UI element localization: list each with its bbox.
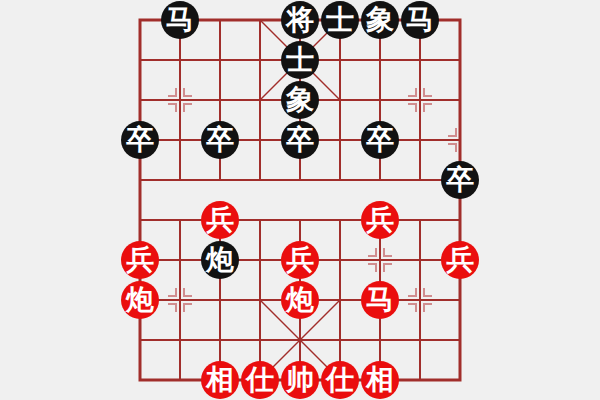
piece-black-soldier[interactable]: 卒 — [201, 121, 239, 159]
piece-black-soldier[interactable]: 卒 — [121, 121, 159, 159]
piece-black-elephant[interactable]: 象 — [361, 1, 399, 39]
piece-red-soldier[interactable]: 兵 — [201, 201, 239, 239]
piece-black-horse[interactable]: 马 — [161, 1, 199, 39]
piece-black-general[interactable]: 将 — [281, 1, 319, 39]
piece-red-elephant[interactable]: 相 — [201, 361, 239, 399]
piece-red-soldier[interactable]: 兵 — [441, 241, 479, 279]
piece-black-advisor[interactable]: 士 — [281, 41, 319, 79]
piece-red-soldier[interactable]: 兵 — [121, 241, 159, 279]
piece-black-cannon[interactable]: 炮 — [201, 241, 239, 279]
xiangqi-board: 马将士象马士象卒卒卒卒卒炮兵兵兵兵兵炮炮马相仕帅仕相 — [0, 0, 600, 400]
piece-red-horse[interactable]: 马 — [361, 281, 399, 319]
pieces-layer[interactable]: 马将士象马士象卒卒卒卒卒炮兵兵兵兵兵炮炮马相仕帅仕相 — [120, 0, 480, 400]
piece-black-soldier[interactable]: 卒 — [361, 121, 399, 159]
piece-red-advisor[interactable]: 仕 — [321, 361, 359, 399]
piece-red-advisor[interactable]: 仕 — [241, 361, 279, 399]
piece-red-soldier[interactable]: 兵 — [361, 201, 399, 239]
piece-red-cannon[interactable]: 炮 — [121, 281, 159, 319]
piece-red-general[interactable]: 帅 — [281, 361, 319, 399]
piece-black-soldier[interactable]: 卒 — [441, 161, 479, 199]
piece-red-cannon[interactable]: 炮 — [281, 281, 319, 319]
piece-black-horse[interactable]: 马 — [401, 1, 439, 39]
piece-red-elephant[interactable]: 相 — [361, 361, 399, 399]
piece-black-soldier[interactable]: 卒 — [281, 121, 319, 159]
piece-red-soldier[interactable]: 兵 — [281, 241, 319, 279]
piece-black-advisor[interactable]: 士 — [321, 1, 359, 39]
piece-black-elephant[interactable]: 象 — [281, 81, 319, 119]
